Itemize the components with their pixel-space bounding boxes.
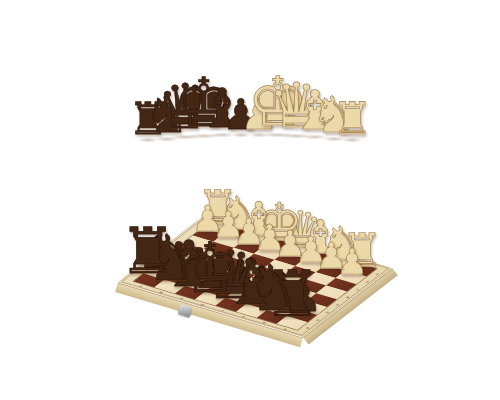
rank-label: 5 bbox=[335, 304, 340, 307]
product-photo-stage: ♜♞♛♚♝♟♟♚♛♝♞♜ зжедгвба12345678 ♜♞♝♛♚♝♞♜♟♟… bbox=[0, 0, 500, 400]
rank-label: 6 bbox=[325, 311, 330, 314]
piece-black-rook-h8[interactable]: ♜ bbox=[120, 220, 177, 284]
piece-lineup: ♜♞♛♚♝♟♟♚♛♝♞♜ bbox=[0, 0, 500, 170]
lineup-piece-light-rook[interactable]: ♜ bbox=[332, 96, 372, 141]
rank-label: 3 bbox=[355, 288, 360, 291]
rank-label: 4 bbox=[345, 296, 350, 299]
